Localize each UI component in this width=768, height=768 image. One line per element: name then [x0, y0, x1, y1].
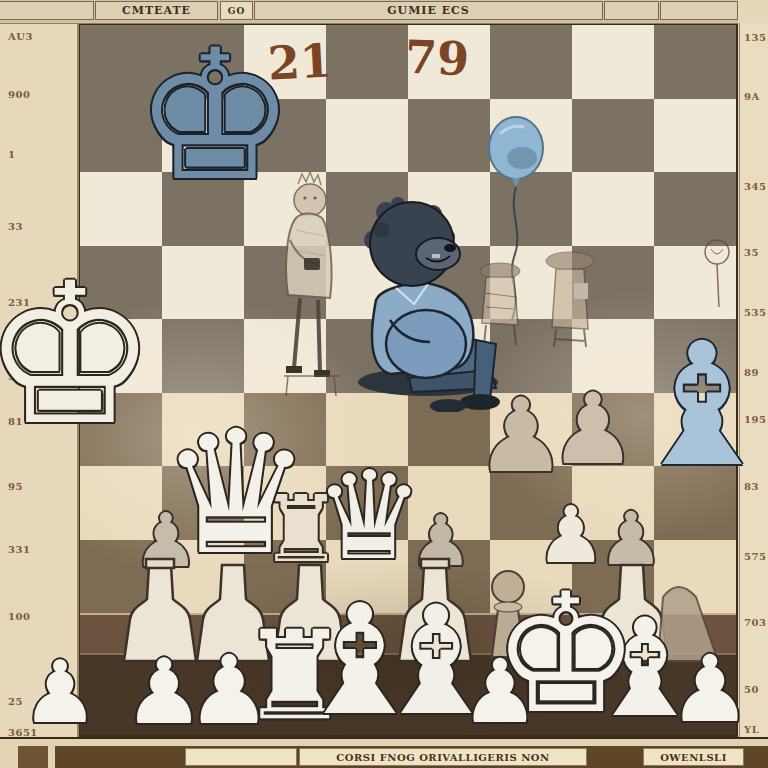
coordinate-label: 345 [744, 181, 766, 192]
square-d8[interactable] [326, 25, 408, 99]
white-pawn-a[interactable]: ♟ [21, 649, 98, 735]
square-e7[interactable] [408, 99, 490, 173]
coordinate-label: 575 [744, 551, 766, 562]
coordinate-label: AU3 [8, 31, 33, 42]
square-g7[interactable] [572, 99, 654, 173]
white-king-left[interactable]: ♚ [0, 257, 157, 452]
coordinate-label: 135 [744, 32, 766, 43]
menu-segment-blank-1 [604, 1, 659, 20]
square-b5[interactable] [162, 246, 244, 320]
menu-segment-blank-2 [660, 1, 738, 20]
square-d7[interactable] [326, 99, 408, 173]
coordinate-label: 331 [8, 544, 30, 555]
square-b4[interactable] [162, 319, 244, 393]
square-g6[interactable] [572, 172, 654, 246]
bottom-blank-box [185, 748, 297, 766]
coordinate-label: 703 [744, 617, 766, 628]
white-pawn-h[interactable]: ♟ [669, 644, 751, 736]
coordinate-label: 100 [8, 611, 30, 622]
coordinate-label: 95 [8, 481, 23, 492]
menu-item-games[interactable]: GUMIE ECS [254, 1, 603, 20]
tan-pawn-back-1[interactable]: ♟ [475, 385, 566, 487]
coordinate-label: 33 [8, 221, 23, 232]
coordinate-label: 900 [8, 89, 30, 100]
top-menu-bar: CMTEATE GO GUMIE ECS [0, 0, 738, 24]
chess-scene: CMTEATE GO GUMIE ECS AU39001332313518195… [0, 0, 768, 768]
blue-bishop-right[interactable]: ♝ [626, 320, 768, 490]
bottom-status-text: CORSI FNOG ORIVALLIGERIS NON [299, 748, 587, 766]
square-h8[interactable] [654, 25, 736, 99]
coordinate-label: 1 [8, 149, 15, 160]
menu-segment-blank-left [0, 1, 94, 20]
square-h7[interactable] [654, 99, 736, 173]
square-g8[interactable] [572, 25, 654, 99]
square-number-79: 79 [404, 30, 470, 86]
bottom-bar-tick [18, 746, 48, 768]
white-queen-crown[interactable]: ♛ [160, 408, 312, 578]
white-king-front[interactable]: ♚ [492, 572, 640, 737]
bottom-right-button[interactable]: OWENLSLI [643, 748, 744, 766]
coordinate-label: 9A [744, 91, 760, 102]
lollipop-sketch [697, 235, 737, 315]
white-bishop-front-1[interactable]: ♝ [292, 585, 428, 737]
white-pawn-c[interactable]: ♟ [186, 643, 271, 738]
coordinate-label: 35 [744, 247, 759, 258]
square-f8[interactable] [490, 25, 572, 99]
